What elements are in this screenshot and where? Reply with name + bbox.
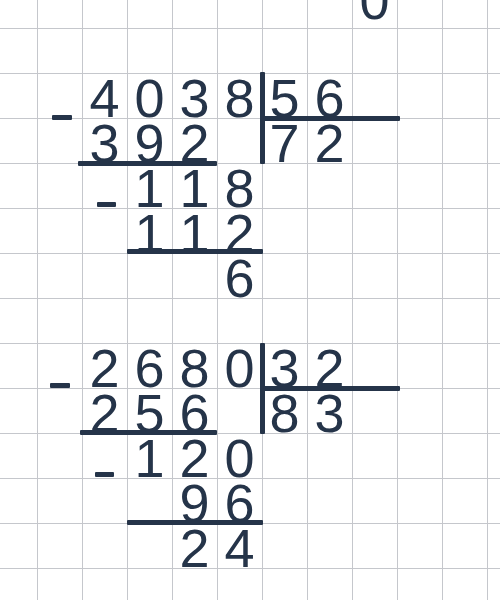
p1-divisor-bar-horizontal — [260, 116, 400, 121]
p2-minus-top — [50, 383, 70, 388]
p1-minus-top — [52, 115, 72, 120]
p2-underline-256 — [80, 430, 217, 435]
p1-underline-112 — [127, 249, 263, 254]
p2-underline-96 — [127, 520, 263, 525]
p1-minus-mid — [97, 202, 116, 207]
p2-divisor-bar-horizontal — [260, 386, 400, 391]
p1-underline-392 — [78, 161, 217, 166]
squared-paper-worksheet: 0403856392721181126268032256831209624 — [0, 0, 500, 600]
p2-minus-mid — [95, 472, 114, 477]
marks-layer — [0, 0, 500, 600]
